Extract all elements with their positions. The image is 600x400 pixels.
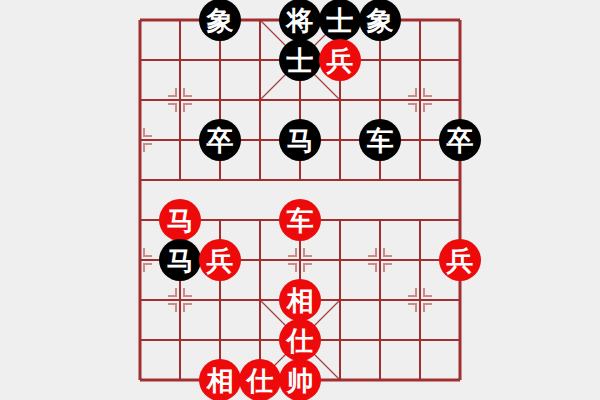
piece-red-elephant[interactable]: 相 bbox=[199, 359, 241, 400]
piece-red-king[interactable]: 帅 bbox=[279, 359, 321, 400]
piece-red-advisor[interactable]: 仕 bbox=[279, 319, 321, 361]
piece-black-soldier[interactable]: 卒 bbox=[199, 119, 241, 161]
piece-black-advisor[interactable]: 士 bbox=[319, 0, 361, 41]
piece-red-advisor[interactable]: 仕 bbox=[239, 359, 281, 400]
piece-red-soldier[interactable]: 兵 bbox=[439, 239, 481, 281]
xiangqi-app: 象将士象士兵卒马车卒马车马兵兵相仕相仕帅 bbox=[0, 0, 600, 400]
xiangqi-board: 象将士象士兵卒马车卒马车马兵兵相仕相仕帅 bbox=[120, 0, 480, 400]
piece-red-soldier[interactable]: 兵 bbox=[199, 239, 241, 281]
piece-black-soldier[interactable]: 卒 bbox=[439, 119, 481, 161]
piece-black-elephant[interactable]: 象 bbox=[359, 0, 401, 41]
piece-black-chariot[interactable]: 车 bbox=[359, 119, 401, 161]
piece-red-soldier[interactable]: 兵 bbox=[319, 39, 361, 81]
piece-red-horse[interactable]: 马 bbox=[159, 199, 201, 241]
piece-black-horse[interactable]: 马 bbox=[159, 239, 201, 281]
piece-red-elephant[interactable]: 相 bbox=[279, 279, 321, 321]
piece-black-king[interactable]: 将 bbox=[279, 0, 321, 41]
piece-black-advisor[interactable]: 士 bbox=[279, 39, 321, 81]
piece-red-chariot[interactable]: 车 bbox=[279, 199, 321, 241]
piece-black-elephant[interactable]: 象 bbox=[199, 0, 241, 41]
piece-black-horse[interactable]: 马 bbox=[279, 119, 321, 161]
